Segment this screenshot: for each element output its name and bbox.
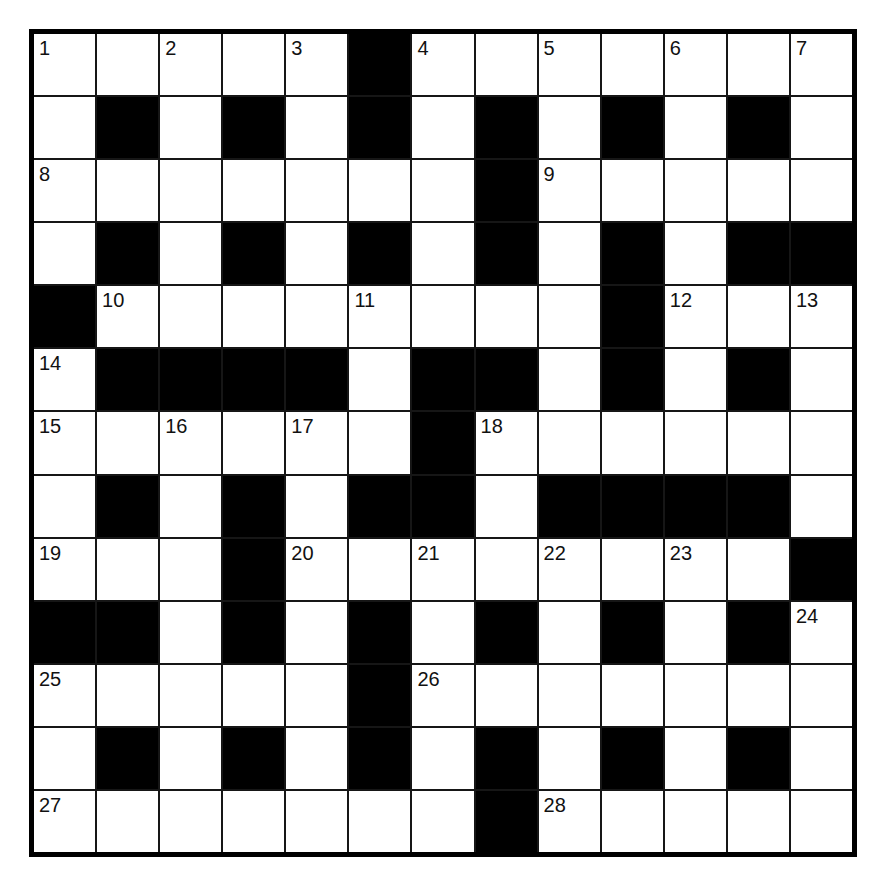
crossword-grid: 1234567891011121314151617181920212223242… [29,29,857,857]
letter-cell-r10c8[interactable] [539,665,600,726]
clue-number-28: 28 [544,794,566,816]
block-cell-r2c7 [476,160,537,221]
letter-cell-r9c8[interactable] [539,602,600,663]
block-cell-r11c3 [223,728,284,789]
letter-cell-r4c10[interactable]: 12 [665,286,726,347]
letter-cell-r3c10[interactable] [665,223,726,284]
letter-cell-r0c11[interactable] [728,34,789,95]
block-cell-r5c9 [602,349,663,410]
letter-cell-r8c8[interactable]: 22 [539,539,600,600]
letter-cell-r0c3[interactable] [223,34,284,95]
block-cell-r1c3 [223,97,284,158]
letter-cell-r8c6[interactable]: 21 [412,539,473,600]
clue-number-18: 18 [481,415,503,437]
block-cell-r10c5 [349,665,410,726]
clue-number-22: 22 [544,542,566,564]
letter-cell-r0c0[interactable]: 1 [34,34,95,95]
clue-number-12: 12 [670,289,692,311]
block-cell-r7c8 [539,476,600,537]
letter-cell-r2c12[interactable] [791,160,852,221]
block-cell-r8c3 [223,539,284,600]
letter-cell-r3c8[interactable] [539,223,600,284]
letter-cell-r9c2[interactable] [160,602,221,663]
block-cell-r1c9 [602,97,663,158]
letter-cell-r2c4[interactable] [286,160,347,221]
letter-cell-r6c7[interactable]: 18 [476,412,537,473]
letter-cell-r6c8[interactable] [539,412,600,473]
block-cell-r5c11 [728,349,789,410]
clue-number-14: 14 [39,352,61,374]
letter-cell-r11c4[interactable] [286,728,347,789]
letter-cell-r4c3[interactable] [223,286,284,347]
letter-cell-r10c3[interactable] [223,665,284,726]
letter-cell-r8c2[interactable] [160,539,221,600]
letter-cell-r12c11[interactable] [728,791,789,852]
letter-cell-r12c4[interactable] [286,791,347,852]
block-cell-r1c11 [728,97,789,158]
letter-cell-r2c8[interactable]: 9 [539,160,600,221]
letter-cell-r7c7[interactable] [476,476,537,537]
block-cell-r3c1 [97,223,158,284]
block-cell-r5c7 [476,349,537,410]
block-cell-r9c1 [97,602,158,663]
block-cell-r8c12 [791,539,852,600]
block-cell-r3c9 [602,223,663,284]
letter-cell-r0c7[interactable] [476,34,537,95]
clue-number-25: 25 [39,668,61,690]
clue-number-6: 6 [670,37,681,59]
block-cell-r4c9 [602,286,663,347]
letter-cell-r6c0[interactable]: 15 [34,412,95,473]
letter-cell-r8c9[interactable] [602,539,663,600]
block-cell-r9c9 [602,602,663,663]
letter-cell-r8c1[interactable] [97,539,158,600]
letter-cell-r11c6[interactable] [412,728,473,789]
clue-number-11: 11 [354,289,375,311]
block-cell-r7c6 [412,476,473,537]
letter-cell-r2c11[interactable] [728,160,789,221]
letter-cell-r0c2[interactable]: 2 [160,34,221,95]
letter-cell-r5c8[interactable] [539,349,600,410]
letter-cell-r12c6[interactable] [412,791,473,852]
letter-cell-r1c10[interactable] [665,97,726,158]
letter-cell-r10c7[interactable] [476,665,537,726]
letter-cell-r6c5[interactable] [349,412,410,473]
letter-cell-r6c2[interactable]: 16 [160,412,221,473]
letter-cell-r5c10[interactable] [665,349,726,410]
letter-cell-r2c0[interactable]: 8 [34,160,95,221]
letter-cell-r10c6[interactable]: 26 [412,665,473,726]
letter-cell-r4c7[interactable] [476,286,537,347]
letter-cell-r4c2[interactable] [160,286,221,347]
block-cell-r11c1 [97,728,158,789]
letter-cell-r9c10[interactable] [665,602,726,663]
block-cell-r5c1 [97,349,158,410]
letter-cell-r9c12[interactable]: 24 [791,602,852,663]
block-cell-r3c3 [223,223,284,284]
letter-cell-r10c0[interactable]: 25 [34,665,95,726]
letter-cell-r6c1[interactable] [97,412,158,473]
block-cell-r1c1 [97,97,158,158]
clue-number-19: 19 [39,542,61,564]
letter-cell-r8c0[interactable]: 19 [34,539,95,600]
letter-cell-r10c2[interactable] [160,665,221,726]
letter-cell-r8c4[interactable]: 20 [286,539,347,600]
letter-cell-r12c8[interactable]: 28 [539,791,600,852]
block-cell-r5c4 [286,349,347,410]
block-cell-r7c11 [728,476,789,537]
letter-cell-r12c2[interactable] [160,791,221,852]
page-background: 1234567891011121314151617181920212223242… [0,0,886,886]
clue-number-15: 15 [39,415,61,437]
block-cell-r9c7 [476,602,537,663]
block-cell-r3c12 [791,223,852,284]
letter-cell-r11c0[interactable] [34,728,95,789]
clue-number-23: 23 [670,542,692,564]
letter-cell-r7c4[interactable] [286,476,347,537]
letter-cell-r6c3[interactable] [223,412,284,473]
letter-cell-r0c9[interactable] [602,34,663,95]
letter-cell-r3c2[interactable] [160,223,221,284]
clue-number-8: 8 [39,163,50,185]
clue-number-2: 2 [165,37,176,59]
letter-cell-r1c0[interactable] [34,97,95,158]
letter-cell-r0c8[interactable]: 5 [539,34,600,95]
block-cell-r7c3 [223,476,284,537]
block-cell-r3c5 [349,223,410,284]
letter-cell-r12c1[interactable] [97,791,158,852]
letter-cell-r11c12[interactable] [791,728,852,789]
letter-cell-r0c10[interactable]: 6 [665,34,726,95]
letter-cell-r7c0[interactable] [34,476,95,537]
letter-cell-r2c5[interactable] [349,160,410,221]
letter-cell-r12c10[interactable] [665,791,726,852]
letter-cell-r8c7[interactable] [476,539,537,600]
letter-cell-r2c3[interactable] [223,160,284,221]
block-cell-r4c0 [34,286,95,347]
clue-number-27: 27 [39,794,61,816]
block-cell-r5c6 [412,349,473,410]
letter-cell-r0c1[interactable] [97,34,158,95]
block-cell-r9c3 [223,602,284,663]
clue-number-24: 24 [796,605,818,627]
letter-cell-r3c0[interactable] [34,223,95,284]
letter-cell-r5c12[interactable] [791,349,852,410]
block-cell-r3c7 [476,223,537,284]
letter-cell-r10c11[interactable] [728,665,789,726]
block-cell-r11c9 [602,728,663,789]
clue-number-20: 20 [291,542,313,564]
block-cell-r9c11 [728,602,789,663]
letter-cell-r1c6[interactable] [412,97,473,158]
letter-cell-r11c10[interactable] [665,728,726,789]
block-cell-r1c5 [349,97,410,158]
clue-number-7: 7 [796,37,807,59]
letter-cell-r4c1[interactable]: 10 [97,286,158,347]
letter-cell-r10c1[interactable] [97,665,158,726]
letter-cell-r7c2[interactable] [160,476,221,537]
letter-cell-r1c12[interactable] [791,97,852,158]
clue-number-1: 1 [39,37,50,59]
block-cell-r11c7 [476,728,537,789]
letter-cell-r12c9[interactable] [602,791,663,852]
block-cell-r7c1 [97,476,158,537]
letter-cell-r6c12[interactable] [791,412,852,473]
block-cell-r7c5 [349,476,410,537]
block-cell-r3c11 [728,223,789,284]
letter-cell-r0c12[interactable]: 7 [791,34,852,95]
letter-cell-r11c2[interactable] [160,728,221,789]
letter-cell-r4c5[interactable]: 11 [349,286,410,347]
block-cell-r1c7 [476,97,537,158]
letter-cell-r12c5[interactable] [349,791,410,852]
letter-cell-r2c9[interactable] [602,160,663,221]
letter-cell-r12c12[interactable] [791,791,852,852]
letter-cell-r3c6[interactable] [412,223,473,284]
letter-cell-r8c10[interactable]: 23 [665,539,726,600]
letter-cell-r12c0[interactable]: 27 [34,791,95,852]
letter-cell-r11c8[interactable] [539,728,600,789]
letter-cell-r4c8[interactable] [539,286,600,347]
block-cell-r9c0 [34,602,95,663]
clue-number-4: 4 [417,37,428,59]
letter-cell-r5c0[interactable]: 14 [34,349,95,410]
letter-cell-r0c6[interactable]: 4 [412,34,473,95]
clue-number-10: 10 [102,289,124,311]
clue-number-5: 5 [544,37,555,59]
letter-cell-r3c4[interactable] [286,223,347,284]
letter-cell-r1c8[interactable] [539,97,600,158]
clue-number-21: 21 [417,542,439,564]
clue-number-9: 9 [544,163,555,185]
letter-cell-r0c4[interactable]: 3 [286,34,347,95]
letter-cell-r8c11[interactable] [728,539,789,600]
block-cell-r6c6 [412,412,473,473]
block-cell-r7c10 [665,476,726,537]
letter-cell-r7c12[interactable] [791,476,852,537]
letter-cell-r2c6[interactable] [412,160,473,221]
letter-cell-r2c10[interactable] [665,160,726,221]
letter-cell-r6c10[interactable] [665,412,726,473]
letter-cell-r4c11[interactable] [728,286,789,347]
block-cell-r11c11 [728,728,789,789]
clue-number-13: 13 [796,289,818,311]
clue-number-26: 26 [417,668,439,690]
letter-cell-r9c6[interactable] [412,602,473,663]
block-cell-r0c5 [349,34,410,95]
letter-cell-r1c2[interactable] [160,97,221,158]
block-cell-r7c9 [602,476,663,537]
letter-cell-r4c6[interactable] [412,286,473,347]
letter-cell-r10c9[interactable] [602,665,663,726]
letter-cell-r1c4[interactable] [286,97,347,158]
clue-number-17: 17 [291,415,313,437]
letter-cell-r10c4[interactable] [286,665,347,726]
letter-cell-r6c9[interactable] [602,412,663,473]
letter-cell-r9c4[interactable] [286,602,347,663]
letter-cell-r2c1[interactable] [97,160,158,221]
letter-cell-r12c3[interactable] [223,791,284,852]
letter-cell-r2c2[interactable] [160,160,221,221]
letter-cell-r5c5[interactable] [349,349,410,410]
letter-cell-r8c5[interactable] [349,539,410,600]
letter-cell-r4c12[interactable]: 13 [791,286,852,347]
clue-number-16: 16 [165,415,187,437]
clue-number-3: 3 [291,37,302,59]
block-cell-r12c7 [476,791,537,852]
block-cell-r9c5 [349,602,410,663]
letter-cell-r4c4[interactable] [286,286,347,347]
letter-cell-r6c4[interactable]: 17 [286,412,347,473]
block-cell-r5c2 [160,349,221,410]
block-cell-r11c5 [349,728,410,789]
letter-cell-r6c11[interactable] [728,412,789,473]
letter-cell-r10c10[interactable] [665,665,726,726]
block-cell-r5c3 [223,349,284,410]
letter-cell-r10c12[interactable] [791,665,852,726]
